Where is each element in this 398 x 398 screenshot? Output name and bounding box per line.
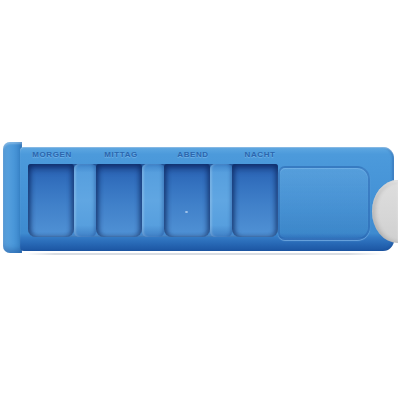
tray-shadow xyxy=(26,253,384,255)
product-photo: MORGEN MITTAG ABEND NACHT xyxy=(0,0,398,398)
compartment-label-mittag: MITTAG xyxy=(104,150,138,159)
divider xyxy=(210,164,232,237)
compartment-recess xyxy=(28,164,278,237)
well-abend xyxy=(164,164,210,237)
divider xyxy=(142,164,164,237)
compartment-label-nacht: NACHT xyxy=(245,150,276,159)
label-card-slot xyxy=(278,166,370,240)
well-morgen xyxy=(28,164,74,237)
compartment-label-abend: ABEND xyxy=(177,150,208,159)
divider xyxy=(74,164,96,237)
reflection-speck xyxy=(185,211,188,213)
compartment-label-morgen: MORGEN xyxy=(32,150,72,159)
well-nacht xyxy=(232,164,278,237)
pill-tray-body: MORGEN MITTAG ABEND NACHT xyxy=(20,147,394,251)
well-mittag xyxy=(96,164,142,237)
